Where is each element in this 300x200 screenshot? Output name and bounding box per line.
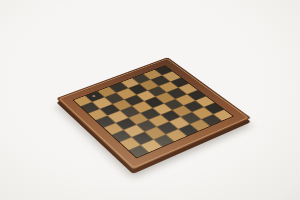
photo-background xyxy=(0,0,300,200)
game-board xyxy=(56,57,251,170)
wear-mark xyxy=(92,95,96,97)
